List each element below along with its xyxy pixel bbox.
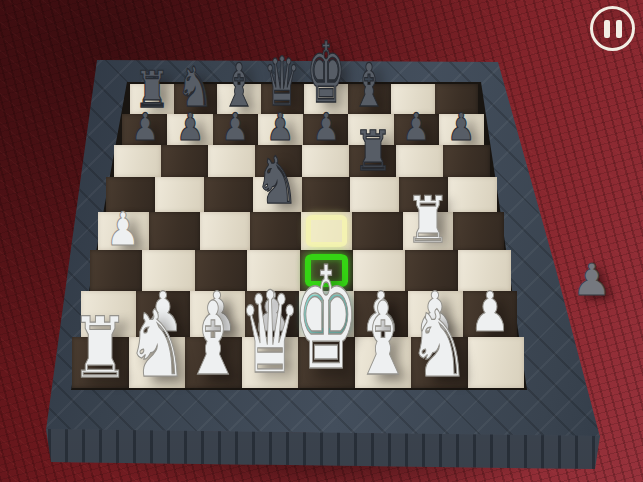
square-d7[interactable]: ♟ — [258, 114, 303, 145]
pause-icon — [616, 20, 622, 38]
square-a6[interactable] — [114, 145, 161, 177]
square-a1[interactable]: ♜ — [72, 337, 129, 388]
square-a7[interactable]: ♟ — [122, 114, 167, 145]
square-c7[interactable]: ♟ — [213, 114, 258, 145]
piece-black-pawn[interactable]: ♟ — [131, 108, 159, 146]
piece-black-pawn[interactable]: ♟ — [402, 108, 430, 146]
square-c1[interactable]: ♝ — [185, 337, 242, 388]
piece-black-pawn[interactable]: ♟ — [447, 108, 475, 146]
square-h5[interactable] — [448, 177, 497, 212]
square-b7[interactable]: ♟ — [167, 114, 212, 145]
square-d1[interactable]: ♛ — [242, 337, 299, 388]
square-e5[interactable] — [302, 177, 351, 212]
square-g7[interactable]: ♟ — [394, 114, 439, 145]
square-c5[interactable] — [204, 177, 253, 212]
piece-black-king[interactable]: ♚ — [306, 31, 345, 115]
square-c6[interactable] — [208, 145, 255, 177]
square-b1[interactable]: ♞ — [129, 337, 186, 388]
square-e6[interactable] — [302, 145, 349, 177]
square-d5[interactable]: ♞ — [253, 177, 302, 212]
piece-white-queen[interactable]: ♛ — [239, 277, 301, 390]
piece-white-knight[interactable]: ♞ — [408, 298, 471, 391]
square-e7[interactable]: ♟ — [303, 114, 348, 145]
square-b4[interactable] — [149, 212, 200, 250]
square-a3[interactable] — [90, 250, 143, 291]
square-g4[interactable]: ♜ — [403, 212, 454, 250]
piece-white-rook[interactable]: ♜ — [70, 306, 130, 390]
piece-black-pawn[interactable]: ♟ — [221, 108, 249, 146]
square-b5[interactable] — [155, 177, 204, 212]
board-rank-6: ♜ — [114, 145, 490, 177]
piece-black-bishop[interactable]: ♝ — [352, 55, 387, 115]
square-b6[interactable] — [161, 145, 208, 177]
square-h4[interactable] — [453, 212, 504, 250]
piece-black-rook[interactable]: ♜ — [353, 123, 392, 178]
piece-white-rook[interactable]: ♜ — [405, 188, 450, 252]
piece-black-knight[interactable]: ♞ — [255, 148, 299, 213]
square-h6[interactable] — [443, 145, 490, 177]
square-f8[interactable]: ♝ — [348, 84, 392, 114]
square-f6[interactable]: ♜ — [349, 145, 396, 177]
square-h1[interactable] — [468, 337, 525, 388]
piece-white-bishop[interactable]: ♝ — [184, 289, 243, 390]
captured-black-pawn: ♟ — [572, 258, 611, 302]
piece-white-bishop[interactable]: ♝ — [353, 289, 412, 390]
piece-white-knight[interactable]: ♞ — [125, 298, 188, 391]
square-a4[interactable]: ♟ — [98, 212, 149, 250]
board-rank-7: ♟♟♟♟♟♟♟ — [122, 114, 484, 145]
piece-white-pawn[interactable]: ♟ — [469, 284, 510, 339]
square-f4[interactable] — [352, 212, 403, 250]
piece-black-pawn[interactable]: ♟ — [176, 108, 204, 146]
square-f1[interactable]: ♝ — [355, 337, 412, 388]
piece-black-pawn[interactable]: ♟ — [266, 108, 294, 146]
square-c4[interactable] — [200, 212, 251, 250]
square-h2[interactable]: ♟ — [463, 291, 518, 337]
board-rank-1: ♜♞♝♛♚♝♞ — [72, 337, 524, 388]
square-g1[interactable]: ♞ — [411, 337, 468, 388]
piece-white-pawn[interactable]: ♟ — [106, 206, 140, 252]
piece-black-pawn[interactable]: ♟ — [312, 108, 340, 146]
square-h7[interactable]: ♟ — [439, 114, 484, 145]
square-f5[interactable] — [350, 177, 399, 212]
square-g6[interactable] — [396, 145, 443, 177]
pause-icon — [604, 20, 610, 38]
piece-white-king[interactable]: ♚ — [293, 248, 359, 390]
chess-app-screen: ♜♞♝♛♚♝♟♟♟♟♟♟♟♜♞♟♜♟♟♟♟♟♟♜♞♝♛♚♝♞ ♟ — [0, 0, 643, 482]
pause-button[interactable] — [590, 6, 635, 51]
square-e1[interactable]: ♚ — [298, 337, 355, 388]
